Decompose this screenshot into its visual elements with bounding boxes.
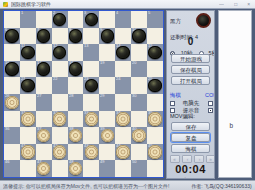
- light-square: [83, 160, 99, 177]
- black-man[interactable]: [116, 46, 130, 60]
- undo-button[interactable]: 悔棋: [171, 144, 210, 153]
- white-man[interactable]: [101, 129, 115, 143]
- close-icon[interactable]: ×: [247, 2, 250, 7]
- square-2[interactable]: 2: [52, 11, 68, 28]
- square-18[interactable]: 18: [68, 61, 84, 78]
- light-square: [147, 28, 163, 45]
- square-25[interactable]: 25: [147, 77, 163, 94]
- square-1[interactable]: 1: [20, 11, 36, 28]
- square-48[interactable]: 48: [68, 160, 84, 177]
- black-side-label: 黑方: [170, 17, 181, 25]
- light-square: [68, 44, 84, 61]
- light-square: [20, 61, 36, 78]
- square-42[interactable]: 42: [52, 144, 68, 161]
- light-square: [20, 94, 36, 111]
- light-square: [131, 77, 147, 94]
- light-square: [147, 127, 163, 144]
- square-number: 27: [37, 94, 41, 98]
- square-10[interactable]: 10: [131, 28, 147, 45]
- light-square: [36, 144, 52, 161]
- square-number: 19: [100, 61, 104, 65]
- open-game-button[interactable]: 打开棋局: [171, 76, 210, 85]
- square-37[interactable]: 37: [36, 127, 52, 144]
- mov-edit-label: MOV编辑:: [170, 112, 195, 120]
- main-area: 1234567891011121314151617181920212223242…: [0, 10, 255, 180]
- app-icon: [3, 2, 8, 7]
- square-14[interactable]: 14: [115, 44, 131, 61]
- square-38[interactable]: 38: [68, 127, 84, 144]
- square-50[interactable]: 50: [131, 160, 147, 177]
- white-man[interactable]: [21, 145, 35, 159]
- status-author-text: 作者: 飞鸟(QQ:346190633): [192, 184, 252, 189]
- light-square: [83, 94, 99, 111]
- status-hint-text: 温馨提示: 你可以把棋局保存为Mov文件, 也可以把棋谱另存为一个图片文件!: [3, 182, 169, 189]
- last-move-button[interactable]: »: [206, 155, 215, 163]
- black-side-row: 黑方: [170, 13, 211, 28]
- square-number: 36: [5, 127, 9, 131]
- light-square: [131, 11, 147, 28]
- light-square: [115, 61, 131, 78]
- light-square: [36, 77, 52, 94]
- start-game-button[interactable]: 开始游戏: [171, 54, 210, 63]
- next-move-button[interactable]: ›: [194, 155, 204, 163]
- light-square: [131, 44, 147, 61]
- black-man[interactable]: [85, 13, 99, 27]
- white-man[interactable]: [132, 129, 146, 143]
- black-man[interactable]: [132, 29, 146, 43]
- square-29[interactable]: 29: [99, 94, 115, 111]
- window-title: 国际跳棋学习软件: [11, 1, 111, 8]
- light-square: [147, 61, 163, 78]
- black-piece-icon: [196, 13, 211, 28]
- light-square: [99, 144, 115, 161]
- square-40[interactable]: 40: [131, 127, 147, 144]
- square-16[interactable]: 16: [4, 61, 20, 78]
- light-square: [131, 144, 147, 161]
- square-33[interactable]: 33: [83, 111, 99, 128]
- light-square: [20, 127, 36, 144]
- square-number: 20: [132, 61, 136, 65]
- light-square: [52, 94, 68, 111]
- light-square: [20, 28, 36, 45]
- light-square: [99, 111, 115, 128]
- first-move-button[interactable]: «: [170, 155, 180, 163]
- light-square: [4, 44, 20, 61]
- black-man[interactable]: [101, 29, 115, 43]
- square-3[interactable]: 3: [83, 11, 99, 28]
- light-square: [68, 11, 84, 28]
- white-man[interactable]: [69, 162, 83, 176]
- square-number: 4: [116, 11, 118, 15]
- square-9[interactable]: 9: [99, 28, 115, 45]
- square-number: 50: [132, 160, 136, 164]
- elapsed-value: 00:04: [212, 177, 215, 179]
- square-34[interactable]: 34: [115, 111, 131, 128]
- white-man[interactable]: [116, 145, 130, 159]
- square-17[interactable]: 17: [36, 61, 52, 78]
- light-square: [20, 160, 36, 177]
- square-12[interactable]: 12: [52, 44, 68, 61]
- light-square: [83, 28, 99, 45]
- light-square: [115, 127, 131, 144]
- window-controls: — □ ×: [217, 0, 251, 9]
- light-square: [147, 94, 163, 111]
- light-square: [99, 11, 115, 28]
- light-square: [115, 94, 131, 111]
- square-20[interactable]: 20: [131, 61, 147, 78]
- black-man[interactable]: [53, 46, 67, 60]
- square-49[interactable]: 49: [99, 160, 115, 177]
- square-47[interactable]: 47: [36, 160, 52, 177]
- white-man[interactable]: [5, 96, 19, 110]
- square-number: 49: [100, 160, 104, 164]
- square-22[interactable]: 22: [52, 77, 68, 94]
- maximize-icon[interactable]: □: [235, 2, 238, 7]
- square-number: 1: [21, 11, 23, 15]
- light-square: [83, 61, 99, 78]
- square-6[interactable]: 6: [4, 28, 20, 45]
- white-man[interactable]: [85, 112, 99, 126]
- square-7[interactable]: 7: [36, 28, 52, 45]
- white-man[interactable]: [116, 112, 130, 126]
- square-43[interactable]: 43: [83, 144, 99, 161]
- white-man[interactable]: [85, 145, 99, 159]
- square-number: 5: [148, 11, 150, 15]
- black-man[interactable]: [37, 29, 51, 43]
- mov-edit-row: MOV编辑: 步: [170, 111, 211, 120]
- minimize-icon[interactable]: —: [219, 2, 224, 7]
- square-4[interactable]: 4: [115, 11, 131, 28]
- replay-button[interactable]: 复盘: [171, 133, 210, 142]
- save-button[interactable]: 保存: [171, 122, 210, 131]
- white-man[interactable]: [53, 112, 67, 126]
- light-square: [68, 111, 84, 128]
- light-square: [36, 111, 52, 128]
- square-46[interactable]: 46: [4, 160, 20, 177]
- square-19[interactable]: 19: [99, 61, 115, 78]
- save-game-button[interactable]: 保存棋局: [171, 65, 210, 74]
- light-square: [115, 28, 131, 45]
- square-39[interactable]: 39: [99, 127, 115, 144]
- move-list-pane[interactable]: b: [218, 10, 253, 178]
- light-square: [4, 11, 20, 28]
- control-panel: 黑方 还剩时间: 4 0 10秒 5秒 开始游戏 保存棋局 打开棋局 悔棋 CO…: [166, 10, 215, 179]
- square-number: 22: [53, 77, 57, 81]
- black-man[interactable]: [5, 29, 19, 43]
- light-square: [83, 127, 99, 144]
- square-36[interactable]: 36: [4, 127, 20, 144]
- square-30[interactable]: 30: [131, 94, 147, 111]
- black-man[interactable]: [5, 62, 19, 76]
- prev-move-button[interactable]: ‹: [182, 155, 192, 163]
- black-man[interactable]: [53, 13, 67, 27]
- light-square: [52, 28, 68, 45]
- square-44[interactable]: 44: [115, 144, 131, 161]
- square-number: 29: [100, 94, 104, 98]
- square-number: 30: [132, 94, 136, 98]
- light-square: [4, 77, 20, 94]
- square-8[interactable]: 8: [68, 28, 84, 45]
- black-man[interactable]: [21, 46, 35, 60]
- white-man[interactable]: [148, 145, 162, 159]
- light-square: [147, 160, 163, 177]
- light-square: [68, 144, 84, 161]
- square-number: 24: [116, 77, 120, 81]
- white-man[interactable]: [21, 112, 35, 126]
- square-number: 13: [84, 44, 88, 48]
- playback-row: « ‹ › »: [170, 155, 211, 163]
- light-square: [36, 44, 52, 61]
- board: 1234567891011121314151617181920212223242…: [3, 10, 164, 178]
- light-square: [52, 160, 68, 177]
- black-man[interactable]: [21, 79, 35, 93]
- white-man[interactable]: [53, 145, 67, 159]
- black-man[interactable]: [69, 62, 83, 76]
- square-31[interactable]: 31: [20, 111, 36, 128]
- title-bar: 国际跳棋学习软件 — □ ×: [0, 0, 255, 9]
- black-man[interactable]: [148, 46, 162, 60]
- light-square: [115, 160, 131, 177]
- light-square: [36, 11, 52, 28]
- square-41[interactable]: 41: [20, 144, 36, 161]
- square-number: 46: [5, 160, 9, 164]
- square-32[interactable]: 32: [52, 111, 68, 128]
- white-man[interactable]: [69, 129, 83, 143]
- square-23[interactable]: 23: [83, 77, 99, 94]
- light-square: [99, 77, 115, 94]
- black-man[interactable]: [85, 79, 99, 93]
- light-square: [4, 144, 20, 161]
- light-square: [4, 111, 20, 128]
- square-26[interactable]: 26: [4, 94, 20, 111]
- elapsed-label: 已用时: [170, 176, 187, 179]
- square-21[interactable]: 21: [20, 77, 36, 94]
- square-45[interactable]: 45: [147, 144, 163, 161]
- square-27[interactable]: 27: [36, 94, 52, 111]
- light-square: [68, 77, 84, 94]
- square-13[interactable]: 13: [83, 44, 99, 61]
- square-35[interactable]: 35: [147, 111, 163, 128]
- status-bar: 温馨提示: 你可以把棋局保存为Mov文件, 也可以把棋谱另存为一个图片文件! 作…: [0, 180, 255, 190]
- square-11[interactable]: 11: [20, 44, 36, 61]
- elapsed-row: 已用时 00:04: [170, 173, 211, 179]
- light-square: [52, 127, 68, 144]
- white-man[interactable]: [37, 129, 51, 143]
- light-square: [52, 61, 68, 78]
- square-number: 28: [69, 94, 73, 98]
- black-man[interactable]: [148, 79, 162, 93]
- white-man[interactable]: [37, 162, 51, 176]
- square-15[interactable]: 15: [147, 44, 163, 61]
- black-man[interactable]: [69, 29, 83, 43]
- light-square: [99, 44, 115, 61]
- light-square: [131, 111, 147, 128]
- square-24[interactable]: 24: [115, 77, 131, 94]
- move-list-text: b: [229, 122, 233, 129]
- square-28[interactable]: 28: [68, 94, 84, 111]
- white-man[interactable]: [148, 112, 162, 126]
- square-5[interactable]: 5: [147, 11, 163, 28]
- black-man[interactable]: [37, 62, 51, 76]
